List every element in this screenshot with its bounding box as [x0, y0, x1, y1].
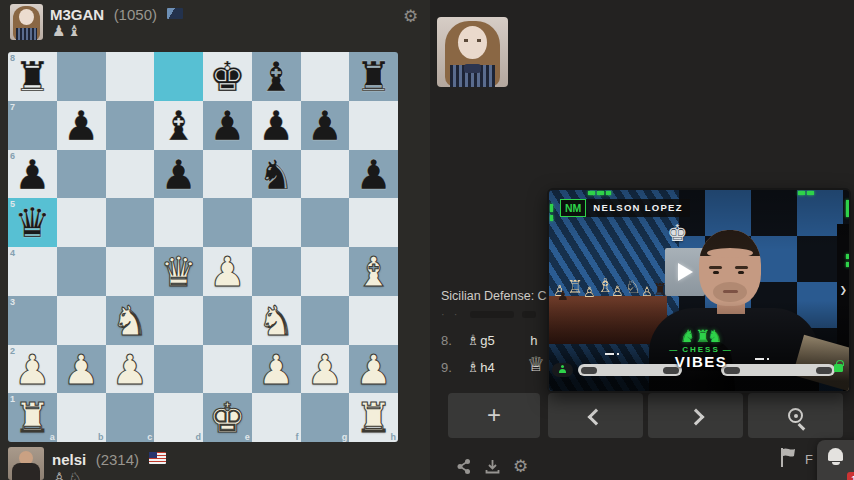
bottom-player-name[interactable]: nelsi: [52, 451, 86, 468]
notification-badge: 1: [847, 472, 854, 480]
move-row-8: 8. ♗g5 h: [441, 332, 538, 348]
meter-segment: [597, 191, 604, 195]
captured-pawn-icon: ♙: [52, 469, 68, 480]
square-h8[interactable]: ♜: [349, 52, 398, 101]
logo-text-vibes: VIBES: [549, 354, 851, 369]
magnifier-icon: [788, 408, 803, 423]
bottom-player-flag-icon: [149, 452, 166, 464]
meter-segment: [846, 200, 849, 217]
square-c3[interactable]: ♞: [106, 296, 155, 345]
square-d4[interactable]: ♛: [154, 247, 203, 296]
square-c4[interactable]: [106, 247, 155, 296]
square-g3[interactable]: [301, 296, 350, 345]
piece-white-knight: ♞: [252, 296, 301, 345]
square-d7[interactable]: ♝: [154, 101, 203, 150]
piece-black-queen: ♛: [8, 198, 57, 247]
move-white-9[interactable]: ♗h4: [467, 360, 495, 375]
square-f6[interactable]: ♞: [252, 150, 301, 199]
move-number: 9.: [441, 360, 463, 375]
meter-segment: [550, 204, 553, 212]
captured-pieces-bottom: ♙♘: [52, 469, 85, 480]
chess-board: 8♜♚♝♜7♟♝♟♟♟6♟♟♞♟5♛4♛♟♝3♞♞2♟♟♟♟♟♟1a♜bcde♚…: [8, 52, 398, 442]
meter-segment: [846, 262, 849, 267]
shortcut-label: F: [805, 452, 813, 467]
square-e6[interactable]: [203, 150, 252, 199]
square-a6[interactable]: 6♟: [8, 150, 57, 199]
next-move-button[interactable]: [648, 393, 743, 438]
square-f3[interactable]: ♞: [252, 296, 301, 345]
piece-white-knight: ♞: [106, 296, 155, 345]
square-b3[interactable]: [57, 296, 106, 345]
rank-label-5: 5: [10, 199, 15, 209]
streamer-opponent-avatar[interactable]: [437, 17, 508, 87]
piece-white-queen: ♛: [154, 247, 203, 296]
top-player-flag-icon: [167, 8, 183, 19]
file-label-f: f: [296, 432, 299, 442]
board-settings-gear-icon[interactable]: ⚙: [403, 6, 418, 26]
top-player-rating: (1050): [114, 6, 157, 23]
add-variation-button[interactable]: +: [448, 393, 540, 438]
stream-video-overlay[interactable]: ❯ ♙♖♙♗♙♘♙♟♜ ♚ NM NELSON LOPEZ: [547, 188, 851, 393]
square-b4[interactable]: [57, 247, 106, 296]
share-icon[interactable]: [455, 458, 472, 475]
square-a7[interactable]: 7: [8, 101, 57, 150]
square-b8[interactable]: [57, 52, 106, 101]
piece-black-pawn: ♟: [301, 101, 350, 150]
square-e8[interactable]: ♚: [203, 52, 252, 101]
square-e2[interactable]: [203, 345, 252, 394]
captured-bishop-icon: ♝: [67, 22, 82, 40]
square-c7[interactable]: [106, 101, 155, 150]
settings-gear-icon[interactable]: ⚙: [513, 457, 528, 475]
queen-figurine-icon[interactable]: ♕: [527, 352, 545, 376]
meter-segment: [550, 215, 553, 221]
captured-knight-icon: ♘: [68, 469, 84, 480]
square-e3[interactable]: [203, 296, 252, 345]
obscured-move: [470, 311, 514, 318]
piece-black-pawn: ♟: [154, 150, 203, 199]
piece-black-bishop: ♝: [154, 101, 203, 150]
file-label-c: c: [147, 432, 152, 442]
square-g7[interactable]: ♟: [301, 101, 350, 150]
piece-white-pawn: ♟: [8, 345, 57, 394]
square-f5[interactable]: [252, 198, 301, 247]
square-d8[interactable]: [154, 52, 203, 101]
piece-white-pawn: ♟: [203, 247, 252, 296]
chevron-right-icon: [687, 409, 704, 426]
piece-black-pawn: ♟: [8, 150, 57, 199]
square-c1[interactable]: c: [106, 393, 155, 442]
bishop-figurine-icon: ♗: [467, 332, 480, 348]
piece-black-knight: ♞: [252, 150, 301, 199]
square-f2[interactable]: ♟: [252, 345, 301, 394]
rank-label-4: 4: [10, 248, 15, 258]
square-a8[interactable]: 8♜: [8, 52, 57, 101]
rank-label-1: 1: [10, 394, 15, 404]
piece-black-bishop: ♝: [252, 52, 301, 101]
square-b6[interactable]: [57, 150, 106, 199]
top-player-name[interactable]: M3GAN: [50, 6, 104, 23]
streamer-name: NELSON LOPEZ: [586, 199, 690, 217]
square-d2[interactable]: [154, 345, 203, 394]
square-a4[interactable]: 4: [8, 247, 57, 296]
notification-button[interactable]: 1: [817, 440, 854, 480]
rank-label-2: 2: [10, 346, 15, 356]
meter-segment: [846, 254, 849, 259]
meter-segment: [606, 191, 611, 195]
square-c5[interactable]: [106, 198, 155, 247]
file-label-e: e: [245, 432, 250, 442]
square-g6[interactable]: [301, 150, 350, 199]
square-e1[interactable]: e♚: [203, 393, 252, 442]
download-icon[interactable]: [484, 458, 501, 475]
square-g5[interactable]: [301, 198, 350, 247]
meter-segment: [807, 191, 814, 195]
piece-white-pawn: ♟: [57, 345, 106, 394]
square-g4[interactable]: [301, 247, 350, 296]
square-c8[interactable]: [106, 52, 155, 101]
move-black-8[interactable]: h: [530, 333, 537, 348]
square-b5[interactable]: [57, 198, 106, 247]
square-d3[interactable]: [154, 296, 203, 345]
meter-segment: [588, 191, 595, 195]
square-e5[interactable]: [203, 198, 252, 247]
obscured-move: [522, 311, 536, 318]
square-d5[interactable]: [154, 198, 203, 247]
square-f7[interactable]: ♟: [252, 101, 301, 150]
square-d1[interactable]: d: [154, 393, 203, 442]
square-g1[interactable]: g: [301, 393, 350, 442]
game-panel: M3GAN (1050) ♟♝ ⚙ 8♜♚♝♜7♟♝♟♟♟6♟♟♞♟5♛4♛♟♝…: [0, 0, 430, 480]
file-label-d: d: [196, 432, 202, 442]
square-f8[interactable]: ♝: [252, 52, 301, 101]
avatar-top-player[interactable]: [10, 4, 43, 40]
piece-white-pawn: ♟: [252, 345, 301, 394]
rank-label-8: 8: [10, 53, 15, 63]
captured-pawn-icon: ♟: [52, 22, 67, 40]
rank-label-7: 7: [10, 102, 15, 112]
app: M3GAN (1050) ♟♝ ⚙ 8♜♚♝♜7♟♝♟♟♟6♟♟♞♟5♛4♛♟♝…: [0, 0, 854, 480]
piece-black-king: ♚: [203, 52, 252, 101]
logo-emblem-knights-rook: ♞♜♞: [549, 326, 851, 346]
captured-pieces-top: ♟♝: [52, 22, 83, 40]
file-label-a: a: [50, 432, 55, 442]
rank-label-6: 6: [10, 151, 15, 161]
square-g8[interactable]: [301, 52, 350, 101]
square-h3[interactable]: [349, 296, 398, 345]
square-a5[interactable]: 5♛: [8, 198, 57, 247]
square-h6[interactable]: ♟: [349, 150, 398, 199]
square-b7[interactable]: ♟: [57, 101, 106, 150]
flag-icon[interactable]: [778, 446, 802, 468]
square-h1[interactable]: h♜: [349, 393, 398, 442]
file-label-b: b: [98, 432, 104, 442]
square-c6[interactable]: [106, 150, 155, 199]
square-h2[interactable]: ♟: [349, 345, 398, 394]
chess-vibes-logo: ♞♜♞ CHESS VIBES: [549, 326, 851, 369]
square-h7[interactable]: [349, 101, 398, 150]
avatar-bottom-player[interactable]: [8, 447, 44, 480]
piece-white-pawn: ♟: [301, 345, 350, 394]
piece-black-rook: ♜: [349, 52, 398, 101]
rank-label-3: 3: [10, 297, 15, 307]
plus-icon: +: [487, 401, 501, 428]
chevron-left-icon: [587, 409, 604, 426]
move-number: 8.: [441, 333, 463, 348]
move-row-obscured: · ·: [441, 308, 460, 320]
bottom-player-rating: (2314): [96, 451, 139, 468]
file-label-g: g: [342, 432, 348, 442]
square-c2[interactable]: ♟: [106, 345, 155, 394]
piece-black-pawn: ♟: [349, 150, 398, 199]
move-row-9: 9. ♗h4: [441, 359, 495, 375]
analysis-button[interactable]: [748, 393, 843, 438]
square-a2[interactable]: 2♟: [8, 345, 57, 394]
square-b2[interactable]: ♟: [57, 345, 106, 394]
square-h5[interactable]: [349, 198, 398, 247]
piece-black-rook: ♜: [8, 52, 57, 101]
square-f1[interactable]: f: [252, 393, 301, 442]
piece-white-bishop: ♝: [349, 247, 398, 296]
stream-caption: NM NELSON LOPEZ: [560, 199, 690, 217]
prev-move-button[interactable]: [548, 393, 643, 438]
bell-icon: [828, 448, 843, 461]
bottom-player-row: nelsi (2314): [52, 451, 166, 469]
piece-black-pawn: ♟: [203, 101, 252, 150]
piece-white-pawn: ♟: [349, 345, 398, 394]
square-b1[interactable]: b: [57, 393, 106, 442]
square-a1[interactable]: 1a♜: [8, 393, 57, 442]
square-g2[interactable]: ♟: [301, 345, 350, 394]
square-d6[interactable]: ♟: [154, 150, 203, 199]
piece-black-pawn: ♟: [57, 101, 106, 150]
meter-segment: [798, 191, 805, 195]
title-badge: NM: [560, 199, 586, 217]
square-a3[interactable]: 3: [8, 296, 57, 345]
bishop-figurine-icon: ♗: [467, 359, 480, 375]
file-label-h: h: [391, 432, 397, 442]
square-h4[interactable]: ♝: [349, 247, 398, 296]
piece-black-pawn: ♟: [252, 101, 301, 150]
square-f4[interactable]: [252, 247, 301, 296]
square-e4[interactable]: ♟: [203, 247, 252, 296]
piece-white-pawn: ♟: [106, 345, 155, 394]
square-e7[interactable]: ♟: [203, 101, 252, 150]
footer-toolbar: ⚙: [455, 457, 528, 475]
move-white-8[interactable]: ♗g5: [467, 333, 495, 348]
